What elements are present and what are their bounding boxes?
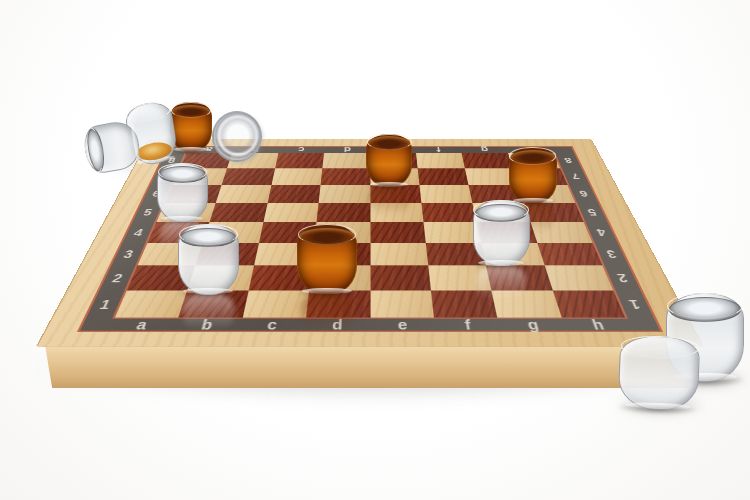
glass-rim [171, 102, 212, 118]
file-label-c: c [277, 145, 325, 155]
square-b5 [210, 203, 268, 222]
file-label-d: d [324, 145, 370, 155]
square-e4 [370, 222, 426, 243]
square-f6 [419, 185, 472, 203]
square-b7 [222, 169, 275, 185]
glass-rim [158, 163, 207, 181]
square-c6 [267, 185, 320, 203]
file-label-g: g [461, 145, 510, 155]
board-front-face [45, 345, 695, 388]
square-g8 [462, 153, 513, 168]
file-label-e: e [370, 315, 436, 335]
glass-base [174, 147, 208, 152]
square-h1 [552, 290, 625, 317]
square-f8 [416, 153, 465, 168]
square-d8 [322, 153, 370, 168]
whiskey-shot-glass-h6[interactable] [509, 147, 558, 203]
square-d5 [317, 203, 370, 222]
square-c8 [275, 153, 324, 168]
clear-shot-glass-b2[interactable] [178, 224, 239, 295]
empty-glass-table[interactable] [618, 335, 701, 412]
file-label-h: h [562, 315, 635, 335]
square-d6 [319, 185, 370, 203]
square-c5 [263, 203, 318, 222]
square-e3 [370, 243, 428, 266]
square-b6 [216, 185, 271, 203]
square-a1 [115, 290, 188, 317]
clear-shot-glass-a5[interactable] [157, 163, 208, 222]
file-label-f: f [415, 145, 463, 155]
file-label-g: g [498, 315, 569, 335]
glass-rim [509, 147, 556, 164]
clear-shot-glass-g3[interactable] [473, 200, 530, 266]
tipped-empty-glass[interactable] [81, 119, 143, 176]
glass-base [478, 260, 525, 266]
square-h3 [537, 243, 602, 266]
file-label-f: f [434, 315, 502, 335]
square-e1 [370, 290, 434, 317]
square-f7 [418, 169, 469, 185]
whiskey-shot-glass-e7[interactable] [366, 134, 412, 188]
glass-rim [473, 200, 528, 220]
file-label-a: a [105, 315, 178, 335]
file-label-c: c [238, 315, 306, 335]
whiskey-shot-glass-d2[interactable] [297, 224, 358, 295]
square-e2 [370, 266, 431, 291]
sideways-ring-glass[interactable] [212, 111, 262, 162]
glass-rim [367, 134, 412, 151]
square-d7 [321, 169, 370, 185]
square-h2 [544, 266, 613, 291]
square-f5 [421, 203, 476, 222]
scene: abcdefgh abcdefgh 87654321 87654321 [0, 0, 750, 500]
glass-rim [667, 293, 743, 319]
square-c7 [271, 169, 322, 185]
